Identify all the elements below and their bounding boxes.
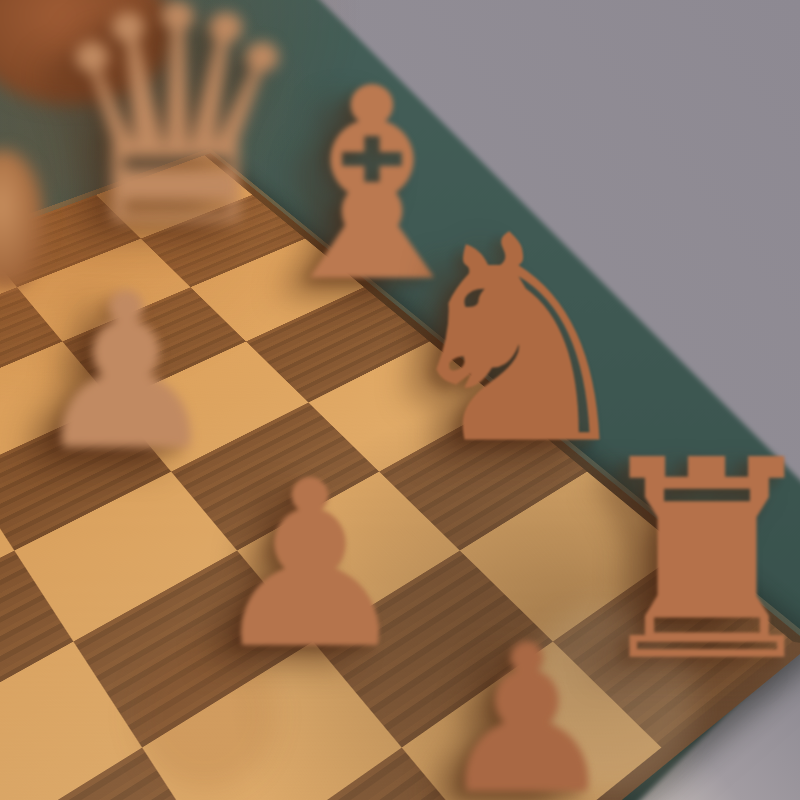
pawn-a2: ♟	[435, 618, 619, 800]
pawn-d3: ♟	[30, 265, 223, 480]
pawn-c3: ♟	[207, 451, 413, 681]
photo-chessboard-scene: ♛♝♟♞♟♜♟	[0, 0, 800, 800]
